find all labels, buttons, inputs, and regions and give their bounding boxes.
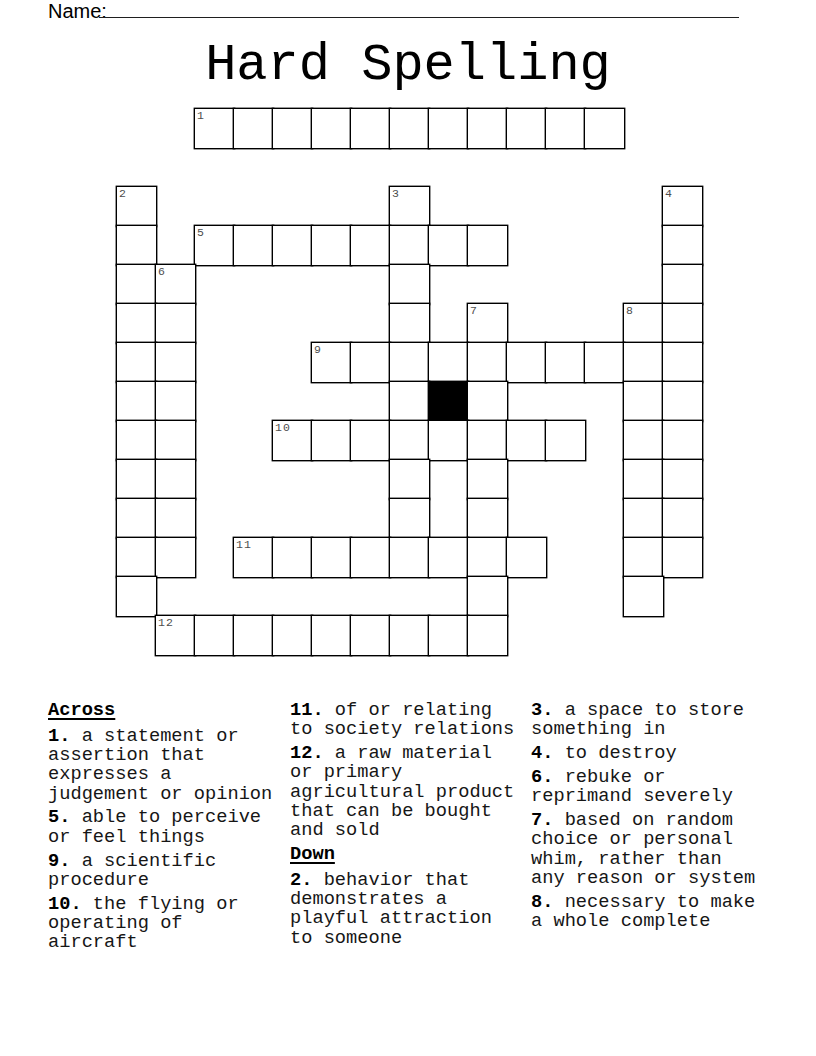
grid-cell[interactable] [351, 616, 390, 655]
clues-heading-across: Across [48, 701, 280, 720]
grid-cell[interactable] [156, 343, 195, 382]
grid-cell[interactable] [351, 538, 390, 577]
clue-number: 2. [290, 869, 312, 891]
grid-cell[interactable] [156, 421, 195, 460]
grid-cell[interactable]: 12 [156, 616, 195, 655]
grid-cell[interactable] [312, 109, 351, 148]
grid-cell[interactable] [351, 421, 390, 460]
grid-cell[interactable] [624, 538, 663, 577]
grid-clue-number: 12 [158, 616, 174, 629]
grid-cell[interactable] [624, 577, 663, 616]
clues-column-1: Across1. a statement or assertion that e… [48, 701, 280, 957]
clue-3: 3. a space to store something in [531, 701, 763, 740]
grid-cell[interactable] [468, 226, 507, 265]
grid-cell[interactable]: 3 [390, 187, 429, 226]
clue-number: 8. [531, 891, 553, 913]
grid-cell[interactable] [546, 343, 585, 382]
grid-cell[interactable] [390, 616, 429, 655]
grid-cell[interactable] [663, 304, 702, 343]
clue-number: 4. [531, 742, 553, 764]
grid-cell[interactable] [507, 538, 546, 577]
grid-cell[interactable] [390, 538, 429, 577]
grid-cell[interactable]: 11 [234, 538, 273, 577]
grid-cell[interactable] [624, 460, 663, 499]
clue-number: 6. [531, 766, 553, 788]
grid-cell[interactable] [468, 421, 507, 460]
grid-cell[interactable] [663, 421, 702, 460]
grid-cell[interactable] [351, 343, 390, 382]
grid-cell[interactable]: 6 [156, 265, 195, 304]
grid-cell[interactable] [351, 109, 390, 148]
grid-cell[interactable] [390, 226, 429, 265]
grid-cell[interactable] [312, 226, 351, 265]
grid-cell[interactable] [429, 421, 468, 460]
clue-number: 1. [48, 725, 70, 747]
grid-cell[interactable] [468, 577, 507, 616]
worksheet-title: Hard Spelling [0, 36, 816, 96]
clue-number: 10. [48, 893, 82, 915]
clues-column-2: 11. of or relating to society relations1… [290, 701, 522, 953]
clues-column-3: 3. a space to store something in4. to de… [531, 701, 763, 936]
grid-cell[interactable]: 9 [312, 343, 351, 382]
grid-cell[interactable] [117, 460, 156, 499]
grid-cell[interactable] [429, 343, 468, 382]
grid-cell[interactable] [507, 343, 546, 382]
grid-clue-number: 10 [275, 421, 291, 434]
clue-number: 12. [290, 742, 324, 764]
grid-cell[interactable] [468, 109, 507, 148]
crossword-grid: 123456789101112 [117, 109, 702, 655]
grid-cell[interactable] [624, 499, 663, 538]
grid-cell[interactable] [468, 616, 507, 655]
clue-1: 1. a statement or assertion that express… [48, 727, 280, 804]
grid-cell[interactable] [663, 538, 702, 577]
grid-cell[interactable] [312, 421, 351, 460]
clue-number: 5. [48, 806, 70, 828]
grid-cell[interactable] [468, 382, 507, 421]
grid-cell[interactable] [429, 538, 468, 577]
grid-cell[interactable] [546, 109, 585, 148]
grid-cell[interactable] [234, 109, 273, 148]
grid-cell[interactable] [390, 265, 429, 304]
grid-cell[interactable] [156, 382, 195, 421]
grid-clue-number: 6 [158, 265, 166, 278]
grid-cell[interactable] [663, 499, 702, 538]
grid-cell[interactable] [273, 109, 312, 148]
grid-cell[interactable] [234, 226, 273, 265]
grid-cell[interactable] [624, 382, 663, 421]
grid-cell[interactable] [117, 538, 156, 577]
grid-cell-black [429, 382, 468, 421]
grid-cell[interactable]: 8 [624, 304, 663, 343]
grid-cell[interactable] [390, 460, 429, 499]
grid-cell[interactable] [507, 421, 546, 460]
grid-cell[interactable] [117, 499, 156, 538]
grid-cell[interactable] [585, 109, 624, 148]
grid-cell[interactable] [390, 499, 429, 538]
clues-heading-down: Down [290, 845, 522, 864]
grid-cell[interactable] [195, 616, 234, 655]
grid-cell[interactable] [468, 538, 507, 577]
clue-number: 3. [531, 699, 553, 721]
clue-number: 9. [48, 850, 70, 872]
grid-cell[interactable] [468, 499, 507, 538]
grid-cell[interactable] [468, 460, 507, 499]
grid-cell[interactable] [273, 616, 312, 655]
grid-cell[interactable] [273, 226, 312, 265]
name-fill-line [99, 0, 739, 18]
grid-cell[interactable]: 7 [468, 304, 507, 343]
grid-cell[interactable]: 4 [663, 187, 702, 226]
grid-cell[interactable] [663, 226, 702, 265]
grid-cell[interactable] [429, 109, 468, 148]
grid-cell[interactable] [117, 382, 156, 421]
grid-cell[interactable] [234, 616, 273, 655]
grid-cell[interactable] [117, 226, 156, 265]
grid-cell[interactable] [312, 616, 351, 655]
grid-cell[interactable] [117, 304, 156, 343]
grid-cell[interactable] [156, 499, 195, 538]
grid-clue-number: 9 [314, 343, 322, 356]
grid-clue-number: 4 [665, 187, 673, 200]
grid-cell[interactable] [663, 460, 702, 499]
grid-clue-number: 3 [392, 187, 400, 200]
grid-clue-number: 7 [470, 304, 478, 317]
grid-cell[interactable] [312, 538, 351, 577]
grid-cell[interactable] [273, 538, 312, 577]
grid-cell[interactable] [663, 382, 702, 421]
grid-cell[interactable]: 1 [195, 109, 234, 148]
grid-cell[interactable] [156, 538, 195, 577]
grid-cell[interactable]: 5 [195, 226, 234, 265]
grid-cell[interactable] [156, 304, 195, 343]
grid-cell[interactable] [624, 421, 663, 460]
clue-10: 10. the flying or operating of aircraft [48, 895, 280, 953]
clue-8: 8. necessary to make a whole complete [531, 893, 763, 932]
grid-clue-number: 5 [197, 226, 205, 239]
grid-cell[interactable]: 2 [117, 187, 156, 226]
clue-12: 12. a raw material or primary agricultur… [290, 744, 522, 840]
grid-cell[interactable] [117, 421, 156, 460]
grid-clue-number: 8 [626, 304, 634, 317]
grid-cell[interactable] [156, 460, 195, 499]
grid-cell[interactable] [390, 304, 429, 343]
grid-clue-number: 1 [197, 109, 205, 122]
clue-number: 7. [531, 809, 553, 831]
grid-cell[interactable] [429, 226, 468, 265]
grid-cell[interactable] [585, 343, 624, 382]
clue-4: 4. to destroy [531, 744, 763, 763]
clue-6: 6. rebuke or reprimand severely [531, 768, 763, 807]
grid-cell[interactable] [507, 109, 546, 148]
grid-cell[interactable] [390, 343, 429, 382]
grid-cell[interactable] [117, 577, 156, 616]
clue-number: 11. [290, 699, 324, 721]
grid-clue-number: 11 [236, 538, 252, 551]
grid-cell[interactable] [351, 226, 390, 265]
grid-cell[interactable] [390, 109, 429, 148]
grid-cell[interactable] [468, 343, 507, 382]
grid-cell[interactable] [546, 421, 585, 460]
grid-cell[interactable] [429, 616, 468, 655]
grid-cell[interactable] [390, 382, 429, 421]
grid-cell[interactable] [390, 421, 429, 460]
grid-cell[interactable] [663, 265, 702, 304]
clue-7: 7. based on random choice or personal wh… [531, 811, 763, 888]
clue-11: 11. of or relating to society relations [290, 701, 522, 740]
clue-2: 2. behavior that demonstrates a playful … [290, 871, 522, 948]
clue-5: 5. able to perceive or feel things [48, 808, 280, 847]
grid-cell[interactable] [663, 343, 702, 382]
grid-cell[interactable] [117, 343, 156, 382]
grid-cell[interactable] [624, 343, 663, 382]
grid-clue-number: 2 [119, 187, 127, 200]
grid-cell[interactable] [117, 265, 156, 304]
clue-9: 9. a scientific procedure [48, 852, 280, 891]
grid-cell[interactable]: 10 [273, 421, 312, 460]
